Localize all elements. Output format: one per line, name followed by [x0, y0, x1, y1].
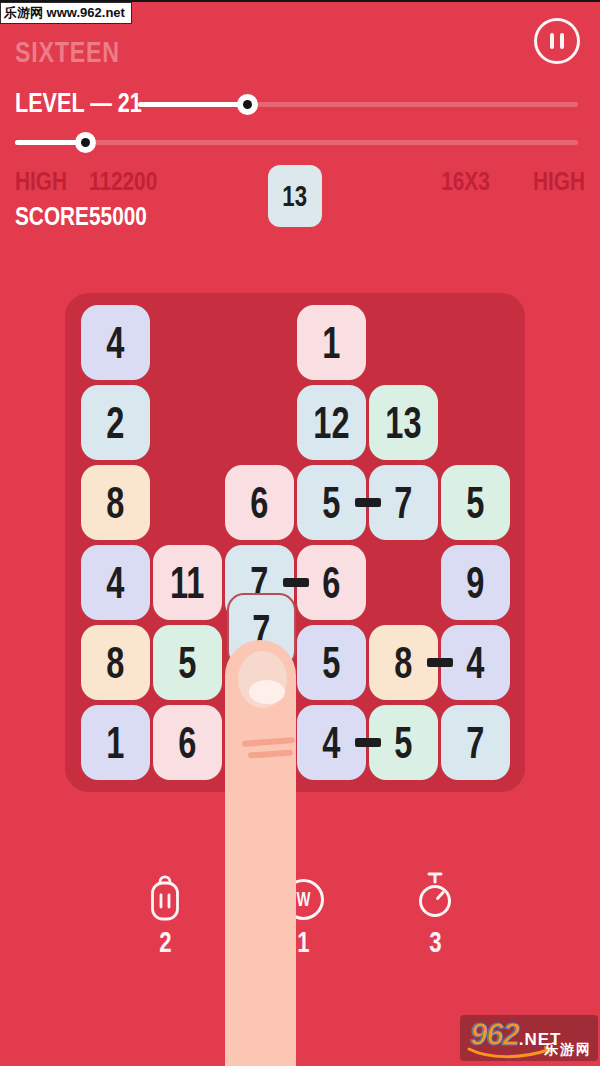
- tile-r3c6[interactable]: 5: [441, 465, 510, 540]
- stopwatch-icon: [415, 870, 455, 922]
- tile-value: 5: [322, 478, 340, 528]
- progress-slider-track: [15, 140, 578, 145]
- tile-value: 2: [106, 398, 124, 448]
- merge-link-dash: [283, 578, 309, 587]
- tile-r3c3[interactable]: 6: [225, 465, 294, 540]
- merge-link-dash: [355, 498, 381, 507]
- tile-r2c5[interactable]: 13: [369, 385, 438, 460]
- tile-value: 4: [106, 558, 124, 608]
- multiplier-value: 16X3: [441, 166, 490, 197]
- tile-value: 4: [106, 318, 124, 368]
- tile-r1c1[interactable]: 4: [81, 305, 150, 380]
- tile-value: 7: [394, 478, 412, 528]
- level-slider-fill: [138, 102, 247, 107]
- tile-value: 7: [466, 718, 484, 768]
- score-value: 55000: [89, 201, 147, 232]
- tile-value: 11: [170, 558, 204, 608]
- knuckle-line: [248, 749, 293, 758]
- score-label: SCORE: [15, 201, 89, 232]
- powerup-discard-count: 2: [130, 925, 200, 959]
- tile-r5c4[interactable]: 5: [297, 625, 366, 700]
- powerup-discard[interactable]: 2: [130, 874, 200, 959]
- tile-value: 5: [322, 638, 340, 688]
- pause-icon: [560, 33, 565, 49]
- finger-cursor: [225, 640, 296, 1066]
- tile-value: 4: [466, 638, 484, 688]
- watermark-cn: 乐游网: [544, 1041, 592, 1059]
- site-badge: 乐游网 www.962.net: [0, 2, 132, 24]
- powerup-timer[interactable]: 3: [400, 868, 470, 959]
- tile-value: 6: [322, 558, 340, 608]
- powerup-timer-count: 3: [400, 925, 470, 959]
- tile-value: 1: [106, 718, 124, 768]
- tile-value: 8: [106, 478, 124, 528]
- pause-icon: [550, 33, 555, 49]
- tile-value: 1: [322, 318, 340, 368]
- watermark: 962.NET 乐游网: [460, 1015, 598, 1061]
- tile-r3c1[interactable]: 8: [81, 465, 150, 540]
- tile-r6c2[interactable]: 6: [153, 705, 222, 780]
- progress-slider-knob[interactable]: [75, 132, 96, 153]
- wildcard-letter: W: [296, 888, 310, 911]
- merge-link-dash: [427, 658, 453, 667]
- tile-value: 8: [106, 638, 124, 688]
- tile-r5c2[interactable]: 5: [153, 625, 222, 700]
- knob-dot: [243, 100, 252, 109]
- tile-r6c1[interactable]: 1: [81, 705, 150, 780]
- game-screen: 乐游网 www.962.net SIXTEEN LEVEL — 21 HIGH …: [0, 0, 600, 1066]
- fingernail-shine: [249, 680, 285, 704]
- tile-value: 5: [178, 638, 196, 688]
- tile-r2c4[interactable]: 12: [297, 385, 366, 460]
- tile-value: 5: [394, 718, 412, 768]
- incoming-tile-value: 13: [283, 179, 308, 213]
- trash-icon: [146, 875, 184, 923]
- tile-value: 5: [466, 478, 484, 528]
- score-row: SCORE 55000: [15, 201, 161, 232]
- tile-value: 12: [313, 398, 349, 448]
- tile-r1c4[interactable]: 1: [297, 305, 366, 380]
- tile-r4c2[interactable]: 11: [153, 545, 222, 620]
- pause-button[interactable]: [534, 18, 580, 64]
- tile-r4c1[interactable]: 4: [81, 545, 150, 620]
- tile-r6c6[interactable]: 7: [441, 705, 510, 780]
- merge-link-dash: [355, 738, 381, 747]
- tile-r5c1[interactable]: 8: [81, 625, 150, 700]
- tile-value: 6: [178, 718, 196, 768]
- level-slider-knob[interactable]: [237, 94, 258, 115]
- tile-r4c6[interactable]: 9: [441, 545, 510, 620]
- tile-value: 4: [322, 718, 340, 768]
- tile-r2c1[interactable]: 2: [81, 385, 150, 460]
- tile-value: 6: [250, 478, 268, 528]
- knob-dot: [81, 138, 90, 147]
- game-title: SIXTEEN: [15, 36, 146, 69]
- tile-value: 13: [385, 398, 421, 448]
- incoming-tile: 13: [268, 165, 322, 227]
- tile-value: 9: [466, 558, 484, 608]
- multiplier-label: HIGH: [533, 166, 585, 197]
- site-badge-label: 乐游网 www.962.net: [4, 5, 125, 20]
- tile-value: 8: [394, 638, 412, 688]
- knuckle-line: [242, 737, 295, 747]
